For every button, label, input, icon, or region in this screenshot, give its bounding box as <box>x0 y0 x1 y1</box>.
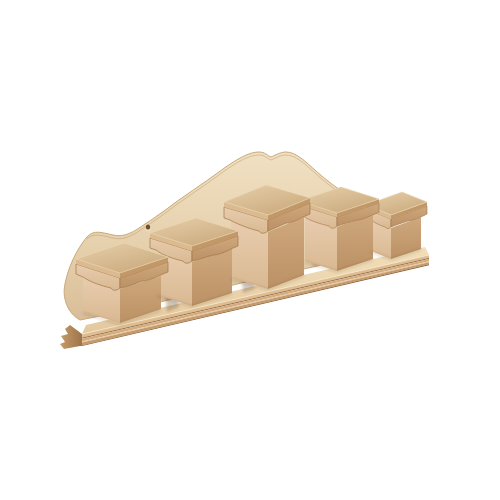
box-4 <box>299 187 379 271</box>
hanging-hole <box>146 224 150 229</box>
box-1 <box>76 243 168 323</box>
product-photo <box>0 0 500 500</box>
product-image <box>0 0 500 500</box>
